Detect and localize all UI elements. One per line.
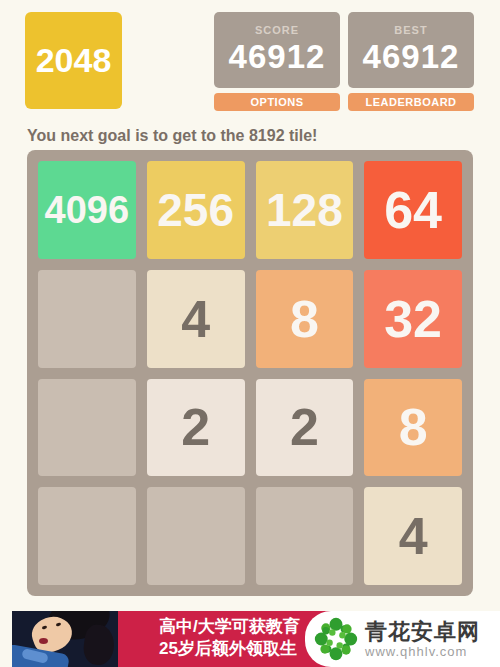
empty-cell xyxy=(38,487,136,585)
goal-text: You next goal is to get to the 8192 tile… xyxy=(27,127,317,145)
ad-text: 高中/大学可获教育 25岁后额外领取生 xyxy=(159,616,300,660)
tile-4096: 4096 xyxy=(38,161,136,259)
photo-ponytail-shape xyxy=(81,623,116,667)
tile-2: 2 xyxy=(147,379,245,477)
ad-text-line1: 高中/大学可获教育 xyxy=(159,616,300,638)
options-button[interactable]: OPTIONS xyxy=(214,93,340,111)
app-screen: 2048 SCORE 46912 BEST 46912 OPTIONS LEAD… xyxy=(0,0,500,667)
best-box: BEST 46912 xyxy=(348,12,474,88)
watermark-title: 青花安卓网 xyxy=(365,620,480,644)
empty-cell xyxy=(256,487,354,585)
ad-banner[interactable]: 高中/大学可获教育 25岁后额外领取生 xyxy=(12,611,500,667)
score-box: SCORE 46912 xyxy=(214,12,340,88)
tile-2: 2 xyxy=(256,379,354,477)
watermark-text: 青花安卓网 www.qhhlv.com xyxy=(365,620,480,659)
tile-256: 256 xyxy=(147,161,245,259)
score-label: SCORE xyxy=(255,24,299,36)
watermark-url: www.qhhlv.com xyxy=(365,644,480,659)
tile-8: 8 xyxy=(256,270,354,368)
clover-logo-icon xyxy=(313,616,359,662)
tile-128: 128 xyxy=(256,161,354,259)
photo-mouth-shape xyxy=(39,638,48,644)
tile-8: 8 xyxy=(364,379,462,477)
score-value: 46912 xyxy=(229,38,326,76)
game-logo-tile: 2048 xyxy=(25,12,122,109)
empty-cell xyxy=(147,487,245,585)
board-grid[interactable]: 40962561286448322284 xyxy=(27,150,473,596)
empty-cell xyxy=(38,379,136,477)
tile-4: 4 xyxy=(364,487,462,585)
leaderboard-button[interactable]: LEADERBOARD xyxy=(348,93,474,111)
ad-text-line2: 25岁后额外领取生 xyxy=(159,638,300,660)
ad-child-photo xyxy=(12,611,118,667)
best-value: 46912 xyxy=(363,38,460,76)
tile-64: 64 xyxy=(364,161,462,259)
game-logo-label: 2048 xyxy=(36,41,112,80)
tile-4: 4 xyxy=(147,270,245,368)
empty-cell xyxy=(38,270,136,368)
best-label: BEST xyxy=(394,24,427,36)
tile-32: 32 xyxy=(364,270,462,368)
site-watermark: 青花安卓网 www.qhhlv.com xyxy=(305,611,500,667)
